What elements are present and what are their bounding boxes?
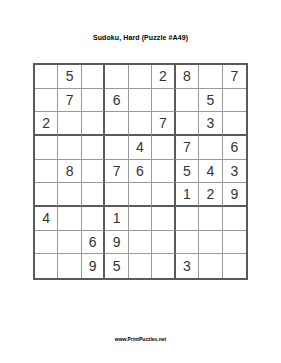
sudoku-cell[interactable] bbox=[35, 136, 58, 160]
sudoku-board: 52877652734768765431294169953 bbox=[33, 63, 248, 280]
sudoku-cell[interactable]: 9 bbox=[82, 254, 105, 278]
sudoku-cell[interactable] bbox=[129, 207, 152, 231]
sudoku-cell[interactable] bbox=[199, 231, 222, 255]
sudoku-cell[interactable] bbox=[129, 112, 152, 136]
sudoku-cell[interactable] bbox=[82, 112, 105, 136]
sudoku-cell[interactable] bbox=[82, 183, 105, 207]
sudoku-cell[interactable] bbox=[35, 89, 58, 113]
sudoku-cell[interactable] bbox=[35, 231, 58, 255]
sudoku-cell[interactable]: 2 bbox=[199, 183, 222, 207]
sudoku-cell[interactable] bbox=[223, 207, 246, 231]
sudoku-cell[interactable] bbox=[199, 207, 222, 231]
sudoku-cell[interactable]: 2 bbox=[35, 112, 58, 136]
sudoku-cell[interactable] bbox=[152, 207, 175, 231]
sudoku-cell[interactable] bbox=[223, 89, 246, 113]
sudoku-cell[interactable] bbox=[35, 254, 58, 278]
puzzle-page: Sudoku, Hard (Puzzle #A49) 5287765273476… bbox=[0, 0, 281, 363]
sudoku-cell[interactable] bbox=[152, 183, 175, 207]
sudoku-cell[interactable] bbox=[129, 183, 152, 207]
sudoku-cell[interactable] bbox=[35, 160, 58, 184]
sudoku-cell[interactable] bbox=[199, 254, 222, 278]
sudoku-cell[interactable] bbox=[35, 65, 58, 89]
sudoku-cell[interactable] bbox=[82, 136, 105, 160]
sudoku-cell[interactable]: 3 bbox=[199, 112, 222, 136]
sudoku-cell[interactable]: 9 bbox=[223, 183, 246, 207]
sudoku-cell[interactable] bbox=[152, 254, 175, 278]
sudoku-cell[interactable]: 7 bbox=[58, 89, 81, 113]
sudoku-cell[interactable] bbox=[105, 183, 128, 207]
sudoku-cell[interactable] bbox=[82, 89, 105, 113]
sudoku-cell[interactable] bbox=[58, 183, 81, 207]
sudoku-cell[interactable] bbox=[199, 65, 222, 89]
sudoku-cell[interactable] bbox=[129, 89, 152, 113]
sudoku-cell[interactable] bbox=[223, 231, 246, 255]
sudoku-cell[interactable] bbox=[129, 231, 152, 255]
sudoku-cell[interactable]: 9 bbox=[105, 231, 128, 255]
sudoku-cell[interactable]: 3 bbox=[223, 160, 246, 184]
sudoku-cell[interactable] bbox=[129, 65, 152, 89]
sudoku-cell[interactable] bbox=[105, 136, 128, 160]
sudoku-cell[interactable] bbox=[58, 254, 81, 278]
sudoku-cell[interactable] bbox=[152, 89, 175, 113]
sudoku-cell[interactable]: 4 bbox=[199, 160, 222, 184]
sudoku-cell[interactable] bbox=[176, 207, 199, 231]
sudoku-cell[interactable] bbox=[82, 207, 105, 231]
sudoku-cell[interactable] bbox=[176, 112, 199, 136]
sudoku-cell[interactable] bbox=[82, 160, 105, 184]
sudoku-cell[interactable]: 4 bbox=[35, 207, 58, 231]
sudoku-cell[interactable]: 8 bbox=[176, 65, 199, 89]
sudoku-cell[interactable]: 6 bbox=[223, 136, 246, 160]
sudoku-cell[interactable] bbox=[58, 231, 81, 255]
sudoku-cell[interactable]: 5 bbox=[105, 254, 128, 278]
footer-url: www.PrintPuzzles.net bbox=[0, 336, 281, 342]
sudoku-cell[interactable] bbox=[223, 112, 246, 136]
puzzle-title: Sudoku, Hard (Puzzle #A49) bbox=[0, 34, 281, 41]
sudoku-cell[interactable]: 5 bbox=[58, 65, 81, 89]
sudoku-cell[interactable] bbox=[58, 207, 81, 231]
sudoku-cell[interactable] bbox=[58, 136, 81, 160]
sudoku-cell[interactable]: 6 bbox=[82, 231, 105, 255]
sudoku-cell[interactable]: 2 bbox=[152, 65, 175, 89]
sudoku-cell[interactable]: 6 bbox=[129, 160, 152, 184]
sudoku-cell[interactable] bbox=[176, 231, 199, 255]
sudoku-cell[interactable] bbox=[35, 183, 58, 207]
sudoku-cell[interactable]: 7 bbox=[176, 136, 199, 160]
sudoku-cell[interactable]: 1 bbox=[105, 207, 128, 231]
sudoku-cell[interactable]: 3 bbox=[176, 254, 199, 278]
sudoku-cell[interactable]: 8 bbox=[58, 160, 81, 184]
sudoku-cell[interactable]: 5 bbox=[199, 89, 222, 113]
sudoku-cell[interactable] bbox=[105, 65, 128, 89]
sudoku-cell[interactable] bbox=[152, 231, 175, 255]
sudoku-cell[interactable]: 4 bbox=[129, 136, 152, 160]
sudoku-cell[interactable] bbox=[176, 89, 199, 113]
sudoku-cell[interactable] bbox=[82, 65, 105, 89]
sudoku-cell[interactable] bbox=[105, 112, 128, 136]
sudoku-cell[interactable] bbox=[129, 254, 152, 278]
sudoku-cell[interactable]: 7 bbox=[223, 65, 246, 89]
sudoku-cell[interactable]: 1 bbox=[176, 183, 199, 207]
sudoku-cell[interactable] bbox=[58, 112, 81, 136]
sudoku-cell[interactable] bbox=[152, 160, 175, 184]
sudoku-cell[interactable]: 6 bbox=[105, 89, 128, 113]
sudoku-cell[interactable]: 5 bbox=[176, 160, 199, 184]
sudoku-cell[interactable]: 7 bbox=[152, 112, 175, 136]
sudoku-cell[interactable]: 7 bbox=[105, 160, 128, 184]
sudoku-cell[interactable] bbox=[199, 136, 222, 160]
sudoku-cell[interactable] bbox=[223, 254, 246, 278]
sudoku-cell[interactable] bbox=[152, 136, 175, 160]
